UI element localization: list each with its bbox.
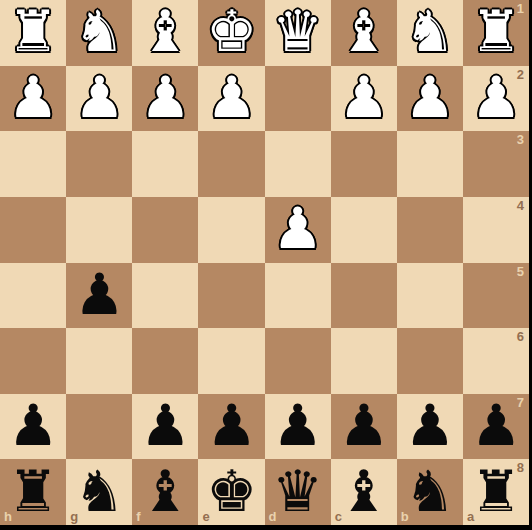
square-b2[interactable]: ♟ — [397, 66, 463, 132]
piece-black-knight[interactable]: ♞ — [404, 463, 455, 520]
piece-white-pawn[interactable]: ♟ — [470, 69, 521, 126]
square-b6[interactable] — [397, 328, 463, 394]
square-b5[interactable] — [397, 263, 463, 329]
square-h8[interactable]: ♜h — [0, 459, 66, 525]
piece-white-queen[interactable]: ♛ — [272, 3, 323, 60]
piece-white-pawn[interactable]: ♟ — [8, 69, 59, 126]
rank-label-6: 6 — [517, 330, 524, 343]
square-d1[interactable]: ♛ — [265, 0, 331, 66]
square-a3[interactable]: 3 — [463, 131, 529, 197]
square-h5[interactable] — [0, 263, 66, 329]
square-c7[interactable]: ♟ — [331, 394, 397, 460]
piece-white-pawn[interactable]: ♟ — [338, 69, 389, 126]
piece-white-rook[interactable]: ♜ — [470, 3, 521, 60]
piece-white-pawn[interactable]: ♟ — [206, 69, 257, 126]
square-a4[interactable]: 4 — [463, 197, 529, 263]
piece-white-rook[interactable]: ♜ — [8, 3, 59, 60]
square-g5[interactable]: ♟ — [66, 263, 132, 329]
square-g8[interactable]: ♞g — [66, 459, 132, 525]
piece-black-pawn[interactable]: ♟ — [206, 397, 257, 454]
rank-label-5: 5 — [517, 265, 524, 278]
square-f6[interactable] — [132, 328, 198, 394]
square-c3[interactable] — [331, 131, 397, 197]
square-b3[interactable] — [397, 131, 463, 197]
square-d3[interactable] — [265, 131, 331, 197]
square-d7[interactable]: ♟ — [265, 394, 331, 460]
square-a7[interactable]: ♟7 — [463, 394, 529, 460]
square-b4[interactable] — [397, 197, 463, 263]
square-e7[interactable]: ♟ — [198, 394, 264, 460]
square-g3[interactable] — [66, 131, 132, 197]
piece-black-rook[interactable]: ♜ — [8, 463, 59, 520]
square-e6[interactable] — [198, 328, 264, 394]
square-e4[interactable] — [198, 197, 264, 263]
square-b1[interactable]: ♞ — [397, 0, 463, 66]
square-c8[interactable]: ♝c — [331, 459, 397, 525]
square-c6[interactable] — [331, 328, 397, 394]
chess-board: ♜♞♝♚♛♝♞♜1♟♟♟♟♟♟♟23♟4♟56♟♟♟♟♟♟♟7♜h♞g♝f♚e♛… — [0, 0, 529, 525]
square-h2[interactable]: ♟ — [0, 66, 66, 132]
square-a6[interactable]: 6 — [463, 328, 529, 394]
rank-label-3: 3 — [517, 133, 524, 146]
piece-black-knight[interactable]: ♞ — [74, 463, 125, 520]
square-h3[interactable] — [0, 131, 66, 197]
square-g2[interactable]: ♟ — [66, 66, 132, 132]
piece-white-pawn[interactable]: ♟ — [272, 200, 323, 257]
square-b7[interactable]: ♟ — [397, 394, 463, 460]
piece-black-pawn[interactable]: ♟ — [272, 397, 323, 454]
square-g6[interactable] — [66, 328, 132, 394]
square-d8[interactable]: ♛d — [265, 459, 331, 525]
square-f5[interactable] — [132, 263, 198, 329]
square-b8[interactable]: ♞b — [397, 459, 463, 525]
square-a2[interactable]: ♟2 — [463, 66, 529, 132]
square-h1[interactable]: ♜ — [0, 0, 66, 66]
rank-label-4: 4 — [517, 199, 524, 212]
square-f1[interactable]: ♝ — [132, 0, 198, 66]
piece-white-pawn[interactable]: ♟ — [140, 69, 191, 126]
square-c5[interactable] — [331, 263, 397, 329]
square-e1[interactable]: ♚ — [198, 0, 264, 66]
piece-black-pawn[interactable]: ♟ — [74, 266, 125, 323]
square-c1[interactable]: ♝ — [331, 0, 397, 66]
square-h4[interactable] — [0, 197, 66, 263]
square-d5[interactable] — [265, 263, 331, 329]
square-d6[interactable] — [265, 328, 331, 394]
square-a1[interactable]: ♜1 — [463, 0, 529, 66]
piece-black-pawn[interactable]: ♟ — [8, 397, 59, 454]
piece-black-bishop[interactable]: ♝ — [140, 463, 191, 520]
square-h6[interactable] — [0, 328, 66, 394]
piece-white-knight[interactable]: ♞ — [74, 3, 125, 60]
piece-white-king[interactable]: ♚ — [206, 3, 257, 60]
square-f4[interactable] — [132, 197, 198, 263]
piece-white-bishop[interactable]: ♝ — [140, 3, 191, 60]
square-a8[interactable]: ♜8a — [463, 459, 529, 525]
square-f2[interactable]: ♟ — [132, 66, 198, 132]
square-f8[interactable]: ♝f — [132, 459, 198, 525]
square-d2[interactable] — [265, 66, 331, 132]
piece-black-queen[interactable]: ♛ — [272, 463, 323, 520]
piece-black-rook[interactable]: ♜ — [470, 463, 521, 520]
square-d4[interactable]: ♟ — [265, 197, 331, 263]
piece-black-pawn[interactable]: ♟ — [470, 397, 521, 454]
square-f7[interactable]: ♟ — [132, 394, 198, 460]
square-c2[interactable]: ♟ — [331, 66, 397, 132]
square-e3[interactable] — [198, 131, 264, 197]
piece-white-knight[interactable]: ♞ — [404, 3, 455, 60]
piece-black-pawn[interactable]: ♟ — [338, 397, 389, 454]
piece-black-king[interactable]: ♚ — [206, 463, 257, 520]
piece-black-pawn[interactable]: ♟ — [404, 397, 455, 454]
square-f3[interactable] — [132, 131, 198, 197]
square-e8[interactable]: ♚e — [198, 459, 264, 525]
square-g4[interactable] — [66, 197, 132, 263]
square-g1[interactable]: ♞ — [66, 0, 132, 66]
piece-white-bishop[interactable]: ♝ — [338, 3, 389, 60]
square-g7[interactable] — [66, 394, 132, 460]
piece-white-pawn[interactable]: ♟ — [404, 69, 455, 126]
piece-black-bishop[interactable]: ♝ — [338, 463, 389, 520]
piece-black-pawn[interactable]: ♟ — [140, 397, 191, 454]
square-e2[interactable]: ♟ — [198, 66, 264, 132]
square-a5[interactable]: 5 — [463, 263, 529, 329]
square-h7[interactable]: ♟ — [0, 394, 66, 460]
square-c4[interactable] — [331, 197, 397, 263]
piece-white-pawn[interactable]: ♟ — [74, 69, 125, 126]
square-e5[interactable] — [198, 263, 264, 329]
